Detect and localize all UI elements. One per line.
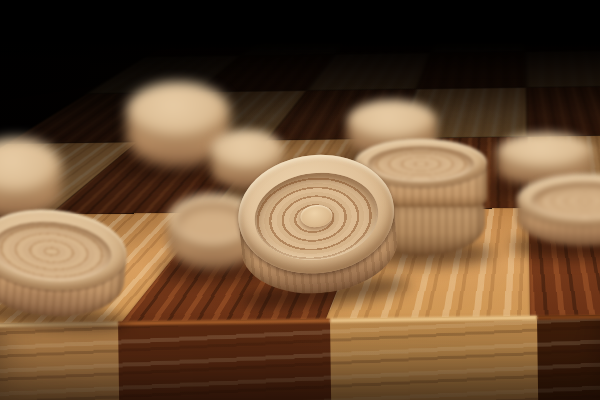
board-square [526, 2, 600, 25]
checker-piece-p9 [0, 204, 130, 337]
board-square [358, 4, 450, 27]
board-square [527, 86, 600, 137]
checker-piece-p8 [232, 147, 403, 314]
checker-piece-p7 [517, 174, 600, 260]
piece-face [347, 100, 437, 144]
board-square [431, 24, 526, 53]
board-square [526, 50, 600, 87]
board-square [526, 23, 600, 52]
piece-face [497, 133, 593, 173]
board-square [417, 52, 527, 89]
checkers-photo-scene [0, 0, 600, 400]
board-square [442, 3, 526, 26]
